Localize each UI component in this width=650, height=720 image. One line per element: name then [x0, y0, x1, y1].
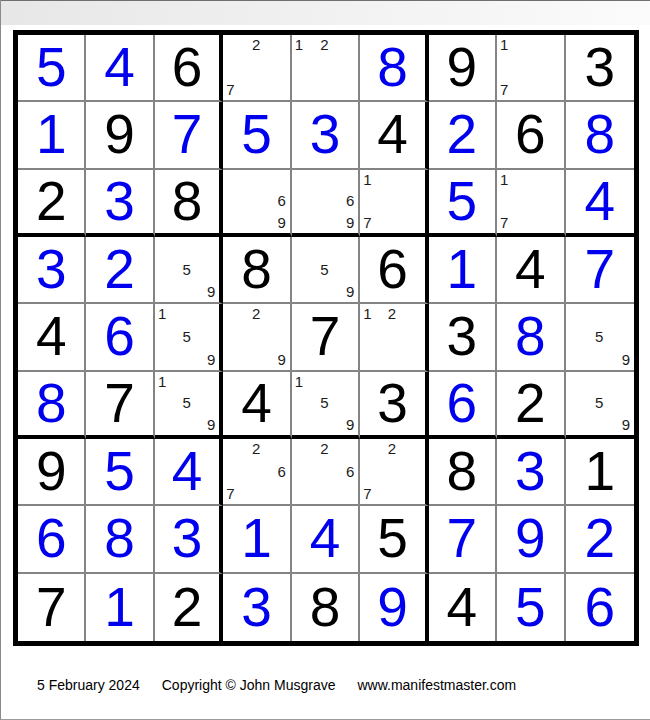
given-digit: 1 [584, 444, 615, 499]
pencil-mark-5: 5 [315, 393, 335, 412]
cell-r6c7[interactable]: 6 [429, 372, 497, 439]
entered-digit: 7 [584, 242, 615, 297]
pencil-marks: 69 [226, 172, 285, 230]
cell-r6c1[interactable]: 8 [18, 372, 86, 439]
given-digit: 2 [515, 376, 546, 431]
cell-r4c7[interactable]: 1 [429, 237, 497, 304]
cell-r9c7[interactable]: 4 [429, 574, 497, 641]
cell-r9c3[interactable]: 2 [155, 574, 223, 641]
pencil-mark-2: 2 [382, 441, 401, 461]
pencil-mark-5: 5 [177, 326, 196, 346]
pencil-marks: 29 [226, 306, 285, 366]
cell-r1c4[interactable]: 27 [223, 35, 291, 102]
entered-digit: 5 [104, 444, 135, 499]
cell-r3c4[interactable]: 69 [223, 170, 291, 237]
cell-r9c2[interactable]: 1 [86, 574, 154, 641]
given-digit: 8 [241, 242, 272, 297]
entered-digit: 4 [310, 511, 341, 566]
cell-r7c2[interactable]: 5 [86, 439, 154, 506]
given-digit: 4 [515, 242, 546, 297]
pencil-mark-9: 9 [334, 413, 354, 432]
cell-r2c6[interactable]: 4 [360, 102, 428, 169]
entered-digit: 3 [310, 107, 341, 162]
cell-r2c2[interactable]: 9 [86, 102, 154, 169]
entered-digit: 2 [104, 242, 135, 297]
cell-r1c6[interactable]: 8 [360, 35, 428, 102]
entered-digit: 6 [584, 580, 615, 635]
cell-r4c6[interactable]: 6 [360, 237, 428, 304]
cell-r9c9[interactable]: 6 [566, 574, 634, 641]
given-digit: 6 [172, 40, 203, 95]
entered-digit: 8 [377, 40, 408, 95]
entered-digit: 6 [447, 376, 478, 431]
pencil-mark-9: 9 [266, 347, 286, 367]
entered-digit: 3 [172, 511, 203, 566]
cell-r7c7[interactable]: 8 [429, 439, 497, 506]
given-digit: 5 [377, 511, 408, 566]
cell-r5c9[interactable]: 59 [566, 304, 634, 371]
cell-r6c2[interactable]: 7 [86, 372, 154, 439]
pencil-mark-7: 7 [226, 481, 246, 501]
pencil-mark-9: 9 [334, 211, 354, 230]
cell-r6c4[interactable]: 4 [223, 372, 291, 439]
cell-r7c3[interactable]: 4 [155, 439, 223, 506]
pencil-marks: 12 [295, 37, 354, 97]
cell-r9c6[interactable]: 9 [360, 574, 428, 641]
cell-r3c2[interactable]: 3 [86, 170, 154, 237]
entered-digit: 8 [584, 107, 615, 162]
entered-digit: 6 [104, 309, 135, 364]
pencil-marks: 26 [295, 441, 354, 501]
pencil-marks: 17 [363, 172, 420, 230]
pencil-mark-9: 9 [196, 413, 215, 432]
pencil-mark-1: 1 [158, 306, 177, 326]
pencil-mark-5: 5 [177, 393, 196, 412]
cell-r1c3[interactable]: 6 [155, 35, 223, 102]
pencil-mark-7: 7 [363, 481, 382, 501]
cell-r3c6[interactable]: 17 [360, 170, 428, 237]
given-digit: 2 [36, 174, 67, 229]
footer-copyright: Copyright © John Musgrave [162, 677, 336, 693]
cell-r9c5[interactable]: 8 [292, 574, 360, 641]
cell-r3c9[interactable]: 4 [566, 170, 634, 237]
cell-r6c3[interactable]: 159 [155, 372, 223, 439]
given-digit: 8 [447, 444, 478, 499]
given-digit: 4 [377, 107, 408, 162]
entered-digit: 6 [36, 511, 67, 566]
pencil-mark-6: 6 [266, 461, 286, 481]
pencil-marks: 159 [158, 306, 215, 366]
pencil-mark-5: 5 [315, 259, 335, 279]
cell-r2c8[interactable]: 6 [497, 102, 565, 169]
entered-digit: 3 [36, 242, 67, 297]
given-digit: 9 [447, 40, 478, 95]
pencil-mark-1: 1 [158, 374, 177, 393]
pencil-mark-6: 6 [334, 191, 354, 210]
pencil-mark-2: 2 [382, 306, 401, 326]
pencil-mark-2: 2 [246, 441, 266, 461]
given-digit: 8 [310, 580, 341, 635]
pencil-marks: 159 [295, 374, 354, 432]
cell-r1c2[interactable]: 4 [86, 35, 154, 102]
given-digit: 4 [36, 309, 67, 364]
entered-digit: 4 [104, 40, 135, 95]
cell-r2c9[interactable]: 8 [566, 102, 634, 169]
given-digit: 3 [584, 40, 615, 95]
entered-digit: 5 [36, 40, 67, 95]
cell-r7c4[interactable]: 267 [223, 439, 291, 506]
cell-r9c1[interactable]: 7 [18, 574, 86, 641]
entered-digit: 1 [241, 511, 272, 566]
entered-digit: 1 [447, 242, 478, 297]
pencil-mark-5: 5 [589, 393, 609, 412]
cell-r4c1[interactable]: 3 [18, 237, 86, 304]
entered-digit: 8 [104, 511, 135, 566]
cell-r6c6[interactable]: 3 [360, 372, 428, 439]
cell-r2c7[interactable]: 2 [429, 102, 497, 169]
cell-r5c3[interactable]: 159 [155, 304, 223, 371]
entered-digit: 1 [104, 580, 135, 635]
cell-r2c3[interactable]: 7 [155, 102, 223, 169]
given-digit: 6 [377, 242, 408, 297]
pencil-mark-2: 2 [315, 37, 335, 57]
given-digit: 3 [377, 376, 408, 431]
pencil-mark-6: 6 [266, 191, 286, 210]
pencil-marks: 267 [226, 441, 285, 501]
footer-date: 5 February 2024 [37, 677, 140, 693]
entered-digit: 3 [104, 174, 135, 229]
cell-r8c4[interactable]: 1 [223, 506, 291, 573]
cell-r8c2[interactable]: 8 [86, 506, 154, 573]
cell-r4c5[interactable]: 59 [292, 237, 360, 304]
cell-r5c6[interactable]: 12 [360, 304, 428, 371]
pencil-mark-9: 9 [196, 279, 215, 299]
pencil-mark-1: 1 [500, 172, 520, 191]
given-digit: 7 [310, 309, 341, 364]
cell-r5c2[interactable]: 6 [86, 304, 154, 371]
entered-digit: 9 [515, 511, 546, 566]
cell-r3c5[interactable]: 69 [292, 170, 360, 237]
cell-r3c7[interactable]: 5 [429, 170, 497, 237]
cell-r8c3[interactable]: 3 [155, 506, 223, 573]
pencil-mark-6: 6 [334, 461, 354, 481]
cell-r1c9[interactable]: 3 [566, 35, 634, 102]
cell-r7c8[interactable]: 3 [497, 439, 565, 506]
footer-website: www.manifestmaster.com [357, 677, 516, 693]
entered-digit: 8 [515, 309, 546, 364]
pencil-mark-9: 9 [266, 211, 286, 230]
pencil-mark-5: 5 [177, 259, 196, 279]
given-digit: 4 [447, 580, 478, 635]
entered-digit: 1 [36, 107, 67, 162]
pencil-marks: 27 [226, 37, 285, 97]
pencil-mark-7: 7 [363, 211, 382, 230]
cell-r8c7[interactable]: 7 [429, 506, 497, 573]
given-digit: 4 [241, 376, 272, 431]
pencil-marks: 59 [569, 374, 630, 432]
sudoku-board: 5462712891731975342682386969175174325985… [13, 30, 639, 646]
given-digit: 8 [172, 174, 203, 229]
pencil-marks: 27 [363, 441, 420, 501]
cell-r4c3[interactable]: 59 [155, 237, 223, 304]
page: 5462712891731975342682386969175174325985… [0, 0, 650, 720]
cell-r2c4[interactable]: 5 [223, 102, 291, 169]
entered-digit: 3 [515, 444, 546, 499]
cell-r9c8[interactable]: 5 [497, 574, 565, 641]
cell-r8c8[interactable]: 9 [497, 506, 565, 573]
cell-r5c8[interactable]: 8 [497, 304, 565, 371]
entered-digit: 7 [172, 107, 203, 162]
cell-r4c8[interactable]: 4 [497, 237, 565, 304]
pencil-marks: 17 [500, 37, 559, 97]
given-digit: 2 [172, 580, 203, 635]
cell-r8c9[interactable]: 2 [566, 506, 634, 573]
entered-digit: 4 [584, 174, 615, 229]
cell-r1c5[interactable]: 12 [292, 35, 360, 102]
cell-r8c1[interactable]: 6 [18, 506, 86, 573]
pencil-marks: 59 [295, 239, 354, 299]
pencil-marks: 12 [363, 306, 420, 366]
cell-r6c9[interactable]: 59 [566, 372, 634, 439]
cell-r5c5[interactable]: 7 [292, 304, 360, 371]
pencil-mark-9: 9 [610, 413, 630, 432]
pencil-mark-7: 7 [226, 77, 246, 97]
cell-r8c5[interactable]: 4 [292, 506, 360, 573]
cell-r4c2[interactable]: 2 [86, 237, 154, 304]
pencil-mark-2: 2 [246, 37, 266, 57]
cell-r7c5[interactable]: 26 [292, 439, 360, 506]
given-digit: 7 [36, 580, 67, 635]
cell-r1c1[interactable]: 5 [18, 35, 86, 102]
cell-r3c8[interactable]: 17 [497, 170, 565, 237]
entered-digit: 8 [36, 376, 67, 431]
cell-r1c8[interactable]: 17 [497, 35, 565, 102]
cell-r9c4[interactable]: 3 [223, 574, 291, 641]
pencil-mark-1: 1 [500, 37, 520, 57]
pencil-mark-9: 9 [196, 347, 215, 367]
entered-digit: 4 [172, 444, 203, 499]
entered-digit: 2 [447, 107, 478, 162]
cell-r6c5[interactable]: 159 [292, 372, 360, 439]
cell-r3c1[interactable]: 2 [18, 170, 86, 237]
pencil-mark-5: 5 [589, 326, 609, 346]
cell-r2c1[interactable]: 1 [18, 102, 86, 169]
pencil-mark-7: 7 [500, 211, 520, 230]
entered-digit: 3 [241, 580, 272, 635]
footer: 5 February 2024 Copyright © John Musgrav… [37, 677, 516, 693]
cell-r8c6[interactable]: 5 [360, 506, 428, 573]
pencil-marks: 159 [158, 374, 215, 432]
cell-r4c4[interactable]: 8 [223, 237, 291, 304]
pencil-marks: 17 [500, 172, 559, 230]
pencil-mark-7: 7 [500, 77, 520, 97]
entered-digit: 2 [584, 511, 615, 566]
pencil-marks: 59 [569, 306, 630, 366]
cell-r4c9[interactable]: 7 [566, 237, 634, 304]
pencil-marks: 59 [158, 239, 215, 299]
pencil-mark-1: 1 [295, 37, 315, 57]
given-digit: 7 [104, 376, 135, 431]
pencil-mark-2: 2 [246, 306, 266, 326]
cell-r7c1[interactable]: 9 [18, 439, 86, 506]
cell-r1c7[interactable]: 9 [429, 35, 497, 102]
cell-r7c6[interactable]: 27 [360, 439, 428, 506]
entered-digit: 5 [241, 107, 272, 162]
given-digit: 6 [515, 107, 546, 162]
cell-r5c7[interactable]: 3 [429, 304, 497, 371]
pencil-mark-1: 1 [363, 306, 382, 326]
given-digit: 9 [36, 444, 67, 499]
entered-digit: 5 [447, 174, 478, 229]
pencil-mark-9: 9 [610, 347, 630, 367]
pencil-mark-1: 1 [363, 172, 382, 191]
cell-r3c3[interactable]: 8 [155, 170, 223, 237]
entered-digit: 7 [447, 511, 478, 566]
pencil-marks: 69 [295, 172, 354, 230]
cell-r6c8[interactable]: 2 [497, 372, 565, 439]
pencil-mark-2: 2 [315, 441, 335, 461]
entered-digit: 5 [515, 580, 546, 635]
cell-r7c9[interactable]: 1 [566, 439, 634, 506]
window-top-bar [1, 0, 650, 25]
pencil-mark-9: 9 [334, 279, 354, 299]
given-digit: 9 [104, 107, 135, 162]
cell-r5c4[interactable]: 29 [223, 304, 291, 371]
cell-r2c5[interactable]: 3 [292, 102, 360, 169]
entered-digit: 9 [377, 580, 408, 635]
given-digit: 3 [447, 309, 478, 364]
cell-r5c1[interactable]: 4 [18, 304, 86, 371]
pencil-mark-1: 1 [295, 374, 315, 393]
